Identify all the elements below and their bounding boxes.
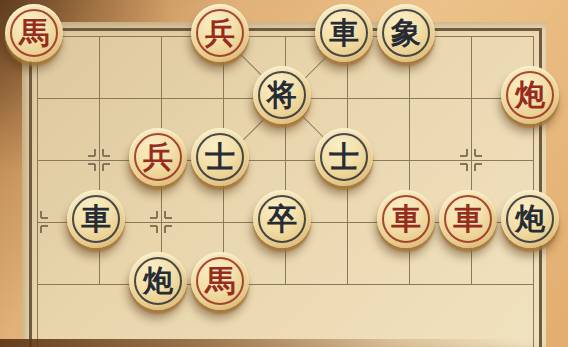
piece-black-elephant[interactable]: 象	[377, 4, 435, 62]
position-marker	[40, 211, 42, 218]
position-marker	[156, 226, 158, 233]
position-marker	[164, 226, 166, 233]
piece-red-cannon[interactable]: 炮	[501, 66, 559, 124]
board-layer: 馬兵車象将炮兵士士車卒車車炮炮馬	[0, 0, 568, 347]
piece-glyph: 車	[453, 204, 483, 234]
piece-red-horse[interactable]: 馬	[5, 4, 63, 62]
piece-black-chariot[interactable]: 車	[67, 190, 125, 248]
position-marker	[165, 225, 172, 227]
grid-line	[37, 284, 533, 285]
grid-line	[37, 36, 38, 347]
position-marker	[165, 217, 172, 219]
position-marker	[466, 164, 468, 171]
position-marker	[102, 164, 104, 171]
position-marker	[102, 149, 104, 156]
grid-line	[37, 36, 533, 37]
piece-red-horse[interactable]: 馬	[191, 252, 249, 310]
position-marker	[474, 149, 476, 156]
position-marker	[475, 163, 482, 165]
position-marker	[103, 155, 110, 157]
piece-glyph: 車	[391, 204, 421, 234]
position-marker	[475, 155, 482, 157]
piece-black-advisor[interactable]: 士	[191, 128, 249, 186]
piece-black-soldier[interactable]: 卒	[253, 190, 311, 248]
piece-black-chariot[interactable]: 車	[315, 4, 373, 62]
piece-glyph: 炮	[515, 204, 545, 234]
table-edge-shadow	[0, 339, 568, 347]
piece-glyph: 車	[81, 204, 111, 234]
piece-red-soldier[interactable]: 兵	[191, 4, 249, 62]
piece-glyph: 車	[329, 18, 359, 48]
position-marker	[94, 149, 96, 156]
piece-glyph: 象	[391, 18, 421, 48]
piece-red-chariot[interactable]: 車	[439, 190, 497, 248]
grid-line	[37, 160, 533, 161]
piece-red-chariot[interactable]: 車	[377, 190, 435, 248]
position-marker	[40, 226, 42, 233]
piece-black-cannon[interactable]: 炮	[501, 190, 559, 248]
piece-glyph: 士	[205, 142, 235, 172]
position-marker	[164, 211, 166, 218]
piece-glyph: 士	[329, 142, 359, 172]
piece-glyph: 将	[267, 80, 297, 110]
position-marker	[156, 211, 158, 218]
position-marker	[41, 225, 48, 227]
position-marker	[466, 149, 468, 156]
piece-glyph: 炮	[143, 266, 173, 296]
piece-red-soldier[interactable]: 兵	[129, 128, 187, 186]
position-marker	[103, 163, 110, 165]
piece-black-general[interactable]: 将	[253, 66, 311, 124]
position-marker	[474, 164, 476, 171]
piece-glyph: 兵	[205, 18, 235, 48]
position-marker	[94, 164, 96, 171]
game-board: 馬兵車象将炮兵士士車卒車車炮炮馬	[0, 0, 568, 347]
piece-black-cannon[interactable]: 炮	[129, 252, 187, 310]
piece-glyph: 卒	[267, 204, 297, 234]
piece-glyph: 馬	[19, 18, 49, 48]
piece-glyph: 馬	[205, 266, 235, 296]
position-marker	[41, 217, 48, 219]
piece-glyph: 炮	[515, 80, 545, 110]
piece-black-advisor[interactable]: 士	[315, 128, 373, 186]
piece-glyph: 兵	[143, 142, 173, 172]
